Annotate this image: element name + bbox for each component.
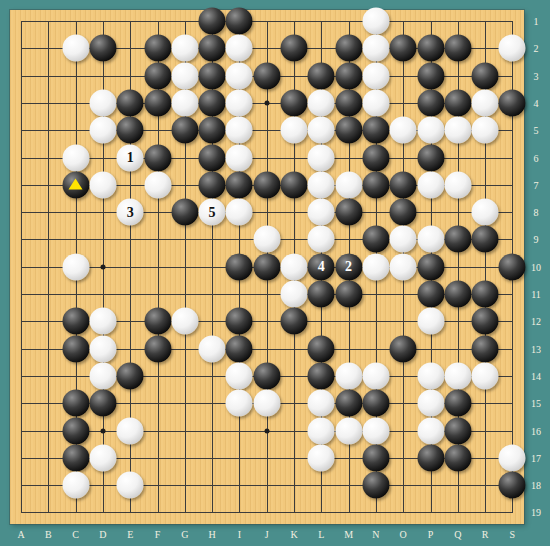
col-label: S	[510, 529, 516, 540]
move-number-label: 3	[127, 205, 134, 219]
black-stone[interactable]	[144, 35, 171, 62]
black-stone[interactable]	[335, 62, 362, 89]
black-stone[interactable]	[499, 253, 526, 280]
col-label: C	[72, 529, 79, 540]
black-stone[interactable]	[226, 8, 253, 35]
white-stone[interactable]	[226, 144, 253, 171]
white-stone[interactable]	[472, 117, 499, 144]
row-label: 12	[531, 316, 541, 327]
white-stone[interactable]	[89, 362, 116, 389]
white-stone[interactable]	[89, 308, 116, 335]
black-stone[interactable]	[390, 35, 417, 62]
row-label: 7	[534, 179, 539, 190]
black-stone[interactable]	[444, 226, 471, 253]
black-stone[interactable]	[335, 35, 362, 62]
move-number-label: 5	[209, 205, 216, 219]
black-stone[interactable]	[253, 362, 280, 389]
black-stone[interactable]	[308, 335, 335, 362]
white-stone[interactable]	[444, 362, 471, 389]
black-stone[interactable]	[253, 253, 280, 280]
black-stone[interactable]	[444, 390, 471, 417]
white-stone[interactable]: 5	[199, 199, 226, 226]
black-stone[interactable]	[144, 62, 171, 89]
white-stone[interactable]	[171, 308, 198, 335]
white-stone[interactable]	[117, 472, 144, 499]
black-stone[interactable]	[144, 144, 171, 171]
black-stone[interactable]	[362, 444, 389, 471]
black-stone[interactable]	[390, 199, 417, 226]
black-stone[interactable]	[199, 35, 226, 62]
black-stone[interactable]	[417, 444, 444, 471]
row-label: 1	[534, 16, 539, 27]
white-stone[interactable]	[226, 62, 253, 89]
black-stone[interactable]	[226, 253, 253, 280]
go-app-window: 13542 ABCDEFGHIJKLMNOPQRS123456789101112…	[0, 0, 550, 546]
star-point	[264, 100, 269, 105]
white-stone[interactable]	[335, 362, 362, 389]
black-stone[interactable]	[362, 226, 389, 253]
white-stone[interactable]	[281, 117, 308, 144]
white-stone[interactable]	[308, 89, 335, 116]
triangle-marker	[69, 178, 83, 189]
black-stone[interactable]	[171, 117, 198, 144]
row-label: 11	[531, 289, 541, 300]
row-label: 10	[531, 261, 541, 272]
black-stone[interactable]	[390, 171, 417, 198]
col-label: N	[372, 529, 379, 540]
white-stone[interactable]	[144, 171, 171, 198]
row-label: 17	[531, 452, 541, 463]
black-stone[interactable]	[335, 281, 362, 308]
row-label: 6	[534, 152, 539, 163]
black-stone[interactable]	[62, 171, 89, 198]
col-label: B	[45, 529, 52, 540]
white-stone[interactable]	[472, 362, 499, 389]
white-stone[interactable]	[362, 253, 389, 280]
white-stone[interactable]	[308, 171, 335, 198]
black-stone[interactable]: 4	[308, 253, 335, 280]
col-label: Q	[454, 529, 461, 540]
star-point	[264, 428, 269, 433]
black-stone[interactable]	[499, 89, 526, 116]
white-stone[interactable]	[281, 281, 308, 308]
move-number-label: 1	[127, 151, 134, 165]
black-stone[interactable]	[390, 335, 417, 362]
row-label: 8	[534, 207, 539, 218]
white-stone[interactable]	[226, 35, 253, 62]
white-stone[interactable]	[199, 335, 226, 362]
black-stone[interactable]	[362, 390, 389, 417]
black-stone[interactable]	[199, 8, 226, 35]
row-label: 3	[534, 70, 539, 81]
white-stone[interactable]	[62, 144, 89, 171]
black-stone[interactable]	[472, 308, 499, 335]
white-stone[interactable]	[226, 89, 253, 116]
black-stone[interactable]	[62, 390, 89, 417]
black-stone[interactable]	[199, 144, 226, 171]
white-stone[interactable]	[390, 253, 417, 280]
white-stone[interactable]	[226, 199, 253, 226]
black-stone[interactable]	[335, 390, 362, 417]
white-stone[interactable]: 3	[117, 199, 144, 226]
black-stone[interactable]	[199, 171, 226, 198]
white-stone[interactable]	[308, 144, 335, 171]
white-stone[interactable]	[362, 35, 389, 62]
row-label: 18	[531, 480, 541, 491]
black-stone[interactable]	[281, 171, 308, 198]
grid-line	[21, 512, 513, 513]
row-label: 15	[531, 398, 541, 409]
white-stone[interactable]	[89, 117, 116, 144]
white-stone[interactable]	[335, 417, 362, 444]
black-stone[interactable]	[253, 171, 280, 198]
white-stone[interactable]	[417, 117, 444, 144]
white-stone[interactable]	[62, 472, 89, 499]
black-stone[interactable]	[444, 89, 471, 116]
col-label: J	[265, 529, 269, 540]
row-label: 19	[531, 507, 541, 518]
black-stone[interactable]	[62, 308, 89, 335]
col-label: L	[318, 529, 324, 540]
white-stone[interactable]	[308, 117, 335, 144]
white-stone[interactable]	[499, 444, 526, 471]
black-stone[interactable]	[199, 62, 226, 89]
white-stone[interactable]	[226, 390, 253, 417]
black-stone[interactable]	[226, 335, 253, 362]
black-stone[interactable]	[281, 89, 308, 116]
white-stone[interactable]	[281, 253, 308, 280]
white-stone[interactable]	[89, 444, 116, 471]
white-stone[interactable]	[308, 417, 335, 444]
black-stone[interactable]	[62, 417, 89, 444]
black-stone[interactable]	[417, 144, 444, 171]
white-stone[interactable]	[444, 171, 471, 198]
black-stone[interactable]: 2	[335, 253, 362, 280]
black-stone[interactable]	[308, 62, 335, 89]
white-stone[interactable]: 1	[117, 144, 144, 171]
black-stone[interactable]	[444, 444, 471, 471]
row-label: 14	[531, 370, 541, 381]
black-stone[interactable]	[144, 89, 171, 116]
black-stone[interactable]	[89, 35, 116, 62]
white-stone[interactable]	[89, 335, 116, 362]
white-stone[interactable]	[171, 62, 198, 89]
white-stone[interactable]	[308, 444, 335, 471]
white-stone[interactable]	[417, 417, 444, 444]
white-stone[interactable]	[472, 89, 499, 116]
black-stone[interactable]	[417, 62, 444, 89]
white-stone[interactable]	[226, 117, 253, 144]
row-label: 13	[531, 343, 541, 354]
move-number-label: 2	[345, 260, 352, 274]
black-stone[interactable]	[62, 444, 89, 471]
black-stone[interactable]	[362, 144, 389, 171]
black-stone[interactable]	[199, 89, 226, 116]
black-stone[interactable]	[226, 308, 253, 335]
col-label: D	[99, 529, 106, 540]
white-stone[interactable]	[308, 199, 335, 226]
black-stone[interactable]	[335, 199, 362, 226]
black-stone[interactable]	[335, 117, 362, 144]
black-stone[interactable]	[171, 199, 198, 226]
black-stone[interactable]	[117, 89, 144, 116]
black-stone[interactable]	[308, 281, 335, 308]
white-stone[interactable]	[62, 35, 89, 62]
white-stone[interactable]	[417, 390, 444, 417]
star-point	[100, 264, 105, 269]
white-stone[interactable]	[89, 89, 116, 116]
col-label: E	[127, 529, 133, 540]
black-stone[interactable]	[417, 89, 444, 116]
white-stone[interactable]	[444, 117, 471, 144]
black-stone[interactable]	[117, 362, 144, 389]
black-stone[interactable]	[472, 62, 499, 89]
white-stone[interactable]	[390, 117, 417, 144]
col-label: H	[208, 529, 215, 540]
white-stone[interactable]	[417, 308, 444, 335]
col-label: K	[290, 529, 297, 540]
black-stone[interactable]	[444, 281, 471, 308]
white-stone[interactable]	[472, 199, 499, 226]
white-stone[interactable]	[362, 89, 389, 116]
black-stone[interactable]	[89, 390, 116, 417]
white-stone[interactable]	[335, 171, 362, 198]
black-stone[interactable]	[472, 281, 499, 308]
black-stone[interactable]	[362, 472, 389, 499]
black-stone[interactable]	[281, 35, 308, 62]
black-stone[interactable]	[281, 308, 308, 335]
black-stone[interactable]	[417, 35, 444, 62]
row-label: 9	[534, 234, 539, 245]
white-stone[interactable]	[226, 362, 253, 389]
white-stone[interactable]	[362, 62, 389, 89]
black-stone[interactable]	[199, 117, 226, 144]
black-stone[interactable]	[362, 171, 389, 198]
white-stone[interactable]	[117, 417, 144, 444]
col-label: P	[428, 529, 434, 540]
black-stone[interactable]	[253, 62, 280, 89]
black-stone[interactable]	[226, 171, 253, 198]
col-label: A	[17, 529, 24, 540]
white-stone[interactable]	[362, 417, 389, 444]
white-stone[interactable]	[417, 171, 444, 198]
white-stone[interactable]	[89, 171, 116, 198]
black-stone[interactable]	[417, 253, 444, 280]
black-stone[interactable]	[499, 472, 526, 499]
white-stone[interactable]	[390, 226, 417, 253]
star-point	[100, 428, 105, 433]
col-label: R	[482, 529, 489, 540]
black-stone[interactable]	[444, 35, 471, 62]
black-stone[interactable]	[417, 281, 444, 308]
white-stone[interactable]	[499, 35, 526, 62]
black-stone[interactable]	[335, 89, 362, 116]
black-stone[interactable]	[472, 226, 499, 253]
black-stone[interactable]	[444, 417, 471, 444]
white-stone[interactable]	[171, 89, 198, 116]
row-label: 2	[534, 43, 539, 54]
move-number-label: 4	[318, 260, 325, 274]
black-stone[interactable]	[472, 335, 499, 362]
white-stone[interactable]	[62, 253, 89, 280]
black-stone[interactable]	[362, 117, 389, 144]
col-label: I	[238, 529, 241, 540]
col-label: G	[181, 529, 188, 540]
white-stone[interactable]	[308, 226, 335, 253]
row-label: 4	[534, 97, 539, 108]
white-stone[interactable]	[171, 35, 198, 62]
black-stone[interactable]	[62, 335, 89, 362]
col-label: O	[400, 529, 407, 540]
black-stone[interactable]	[144, 335, 171, 362]
black-stone[interactable]	[144, 308, 171, 335]
col-label: F	[155, 529, 161, 540]
white-stone[interactable]	[362, 8, 389, 35]
white-stone[interactable]	[417, 226, 444, 253]
grid-line	[21, 485, 513, 486]
white-stone[interactable]	[308, 390, 335, 417]
white-stone[interactable]	[253, 226, 280, 253]
white-stone[interactable]	[253, 390, 280, 417]
go-board[interactable]: 13542	[10, 10, 524, 524]
row-label: 16	[531, 425, 541, 436]
col-label: M	[344, 529, 353, 540]
black-stone[interactable]	[117, 117, 144, 144]
black-stone[interactable]	[308, 362, 335, 389]
white-stone[interactable]	[362, 362, 389, 389]
row-label: 5	[534, 125, 539, 136]
white-stone[interactable]	[417, 362, 444, 389]
